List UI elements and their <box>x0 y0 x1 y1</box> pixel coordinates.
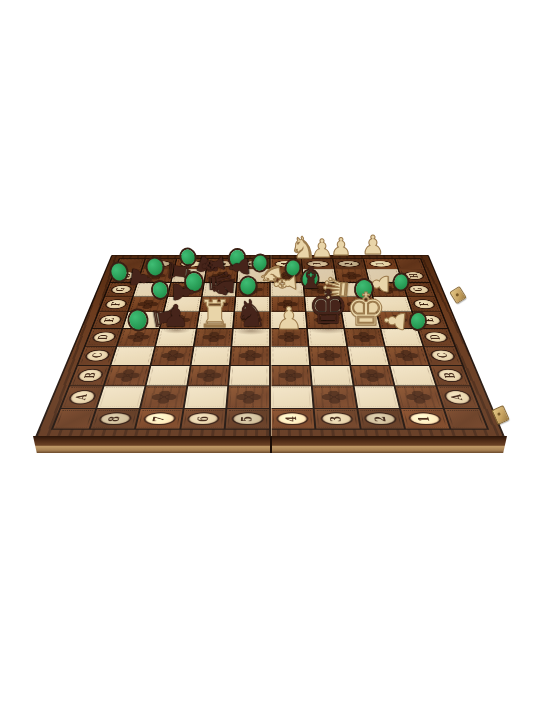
piece-dark-pawn: ♟ <box>163 301 190 331</box>
piece-light-pawn: ♟ <box>361 232 384 258</box>
piece-dark-knight: ♞ <box>234 295 267 332</box>
piece-light-bishop: ♝ <box>270 269 301 297</box>
piece-light-rook: ♜ <box>198 295 232 333</box>
piece-light-knight: ♞ <box>290 233 317 263</box>
piece-dark-king: ♚ <box>307 284 348 330</box>
felt-base <box>394 274 409 291</box>
pieces-layer: ♟♜♟♝♟♛♞♟♜♟♞♚♝♜♟♚♞♟♟♟♝♛♟♟♞ <box>0 0 540 720</box>
product-photo: 87654321HHGGFFEEDDCCBBAA87654321 ♟♜♟♝♟♛♞… <box>0 0 540 720</box>
felt-base <box>151 281 168 300</box>
felt-base <box>128 309 147 330</box>
felt-base <box>410 312 426 330</box>
piece-light-king: ♚ <box>346 287 386 332</box>
piece-light-pawn: ♟ <box>275 303 303 334</box>
piece-light-pawn: ♟ <box>330 235 352 259</box>
